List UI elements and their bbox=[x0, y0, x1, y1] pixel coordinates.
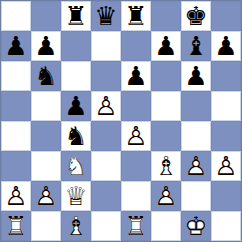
black-pawn[interactable]: ♟ bbox=[151, 31, 181, 61]
square-b8[interactable] bbox=[31, 1, 61, 31]
white-piece-outline-glyph: ♙ bbox=[31, 181, 61, 211]
black-knight[interactable]: ♞ bbox=[31, 61, 61, 91]
square-a8[interactable] bbox=[1, 1, 31, 31]
square-h3[interactable]: ♟♙ bbox=[211, 151, 241, 181]
white-piece-outline-glyph: ♔ bbox=[181, 211, 211, 241]
square-e4[interactable]: ♟♙ bbox=[121, 121, 151, 151]
square-f5[interactable] bbox=[151, 91, 181, 121]
white-piece-outline-glyph: ♙ bbox=[1, 181, 31, 211]
white-piece-outline-glyph: ♙ bbox=[181, 151, 211, 181]
square-e6[interactable]: ♟ bbox=[121, 61, 151, 91]
white-pawn[interactable]: ♟♙ bbox=[121, 121, 151, 151]
square-f2[interactable]: ♟♙ bbox=[151, 181, 181, 211]
square-b1[interactable] bbox=[31, 211, 61, 241]
white-piece-outline-glyph: ♙ bbox=[91, 91, 121, 121]
square-c1[interactable]: ♝♗ bbox=[61, 211, 91, 241]
square-e8[interactable]: ♜ bbox=[121, 1, 151, 31]
white-knight[interactable]: ♞♘ bbox=[61, 151, 91, 181]
square-e5[interactable] bbox=[121, 91, 151, 121]
square-d5[interactable]: ♟♙ bbox=[91, 91, 121, 121]
black-pawn[interactable]: ♟ bbox=[121, 61, 151, 91]
white-piece-outline-glyph: ♗ bbox=[61, 211, 91, 241]
black-knight[interactable]: ♞ bbox=[61, 121, 91, 151]
white-king[interactable]: ♚♔ bbox=[181, 211, 211, 241]
square-d7[interactable] bbox=[91, 31, 121, 61]
square-a6[interactable] bbox=[1, 61, 31, 91]
white-queen[interactable]: ♛♕ bbox=[61, 181, 91, 211]
square-f4[interactable] bbox=[151, 121, 181, 151]
square-d4[interactable] bbox=[91, 121, 121, 151]
white-pawn[interactable]: ♟♙ bbox=[91, 91, 121, 121]
square-g8[interactable]: ♚ bbox=[181, 1, 211, 31]
white-rook[interactable]: ♜♖ bbox=[121, 211, 151, 241]
white-piece-outline-glyph: ♕ bbox=[61, 181, 91, 211]
square-e1[interactable]: ♜♖ bbox=[121, 211, 151, 241]
white-bishop[interactable]: ♝♗ bbox=[151, 151, 181, 181]
white-piece-outline-glyph: ♖ bbox=[121, 211, 151, 241]
square-a3[interactable] bbox=[1, 151, 31, 181]
white-pawn[interactable]: ♟♙ bbox=[1, 181, 31, 211]
square-b3[interactable] bbox=[31, 151, 61, 181]
white-bishop[interactable]: ♝♗ bbox=[61, 211, 91, 241]
square-c2[interactable]: ♛♕ bbox=[61, 181, 91, 211]
white-pawn[interactable]: ♟♙ bbox=[181, 151, 211, 181]
square-f8[interactable] bbox=[151, 1, 181, 31]
square-a2[interactable]: ♟♙ bbox=[1, 181, 31, 211]
square-g1[interactable]: ♚♔ bbox=[181, 211, 211, 241]
square-f3[interactable]: ♝♗ bbox=[151, 151, 181, 181]
square-f1[interactable] bbox=[151, 211, 181, 241]
square-h6[interactable] bbox=[211, 61, 241, 91]
white-piece-outline-glyph: ♘ bbox=[61, 151, 91, 181]
square-h5[interactable] bbox=[211, 91, 241, 121]
white-pawn[interactable]: ♟♙ bbox=[151, 181, 181, 211]
square-h1[interactable] bbox=[211, 211, 241, 241]
white-piece-outline-glyph: ♙ bbox=[151, 181, 181, 211]
black-rook[interactable]: ♜ bbox=[121, 1, 151, 31]
square-b2[interactable]: ♟♙ bbox=[31, 181, 61, 211]
square-g6[interactable]: ♟ bbox=[181, 61, 211, 91]
square-d3[interactable] bbox=[91, 151, 121, 181]
square-f7[interactable]: ♟ bbox=[151, 31, 181, 61]
white-rook[interactable]: ♜♖ bbox=[1, 211, 31, 241]
black-pawn[interactable]: ♟ bbox=[181, 61, 211, 91]
square-g3[interactable]: ♟♙ bbox=[181, 151, 211, 181]
square-d2[interactable] bbox=[91, 181, 121, 211]
square-c3[interactable]: ♞♘ bbox=[61, 151, 91, 181]
square-b5[interactable] bbox=[31, 91, 61, 121]
white-piece-outline-glyph: ♙ bbox=[211, 151, 241, 181]
square-g5[interactable] bbox=[181, 91, 211, 121]
square-c4[interactable]: ♞ bbox=[61, 121, 91, 151]
chess-board: ♜♛♜♚♟♟♟♝♟♞♟♟♟♟♙♞♟♙♞♘♝♗♟♙♟♙♟♙♟♙♛♕♟♙♜♖♝♗♜♖… bbox=[0, 0, 242, 242]
white-piece-outline-glyph: ♙ bbox=[121, 121, 151, 151]
square-h7[interactable]: ♟ bbox=[211, 31, 241, 61]
square-g7[interactable]: ♝ bbox=[181, 31, 211, 61]
square-a4[interactable] bbox=[1, 121, 31, 151]
black-bishop[interactable]: ♝ bbox=[181, 31, 211, 61]
square-g2[interactable] bbox=[181, 181, 211, 211]
square-d6[interactable] bbox=[91, 61, 121, 91]
white-pawn[interactable]: ♟♙ bbox=[211, 151, 241, 181]
black-king[interactable]: ♚ bbox=[181, 1, 211, 31]
white-pawn[interactable]: ♟♙ bbox=[31, 181, 61, 211]
black-queen[interactable]: ♛ bbox=[91, 1, 121, 31]
square-f6[interactable] bbox=[151, 61, 181, 91]
square-d8[interactable]: ♛ bbox=[91, 1, 121, 31]
square-b4[interactable] bbox=[31, 121, 61, 151]
square-c5[interactable]: ♟ bbox=[61, 91, 91, 121]
white-piece-outline-glyph: ♗ bbox=[151, 151, 181, 181]
square-b7[interactable]: ♟ bbox=[31, 31, 61, 61]
black-pawn[interactable]: ♟ bbox=[31, 31, 61, 61]
square-g4[interactable] bbox=[181, 121, 211, 151]
square-a1[interactable]: ♜♖ bbox=[1, 211, 31, 241]
square-h4[interactable] bbox=[211, 121, 241, 151]
square-e7[interactable] bbox=[121, 31, 151, 61]
black-pawn[interactable]: ♟ bbox=[1, 31, 31, 61]
square-d1[interactable] bbox=[91, 211, 121, 241]
square-c8[interactable]: ♜ bbox=[61, 1, 91, 31]
square-h8[interactable] bbox=[211, 1, 241, 31]
white-piece-outline-glyph: ♖ bbox=[1, 211, 31, 241]
square-a5[interactable] bbox=[1, 91, 31, 121]
square-c6[interactable] bbox=[61, 61, 91, 91]
square-e2[interactable] bbox=[121, 181, 151, 211]
square-e3[interactable] bbox=[121, 151, 151, 181]
square-b6[interactable]: ♞ bbox=[31, 61, 61, 91]
black-rook[interactable]: ♜ bbox=[61, 1, 91, 31]
square-h2[interactable] bbox=[211, 181, 241, 211]
square-a7[interactable]: ♟ bbox=[1, 31, 31, 61]
black-pawn[interactable]: ♟ bbox=[211, 31, 241, 61]
black-pawn[interactable]: ♟ bbox=[61, 91, 91, 121]
square-c7[interactable] bbox=[61, 31, 91, 61]
